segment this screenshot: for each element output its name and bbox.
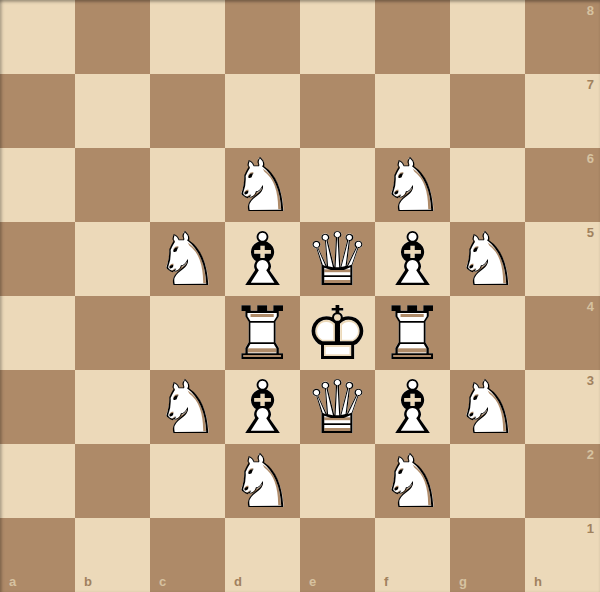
square-f5[interactable]: ♝♗ bbox=[375, 222, 450, 296]
square-e3[interactable]: ♛♕ bbox=[300, 370, 375, 444]
square-h5[interactable]: 5 bbox=[525, 222, 600, 296]
white-knight[interactable]: ♞♘ bbox=[150, 222, 225, 296]
white-knight-fill-glyph: ♞ bbox=[450, 222, 525, 296]
file-label-c: c bbox=[159, 575, 166, 588]
rank-label-6: 6 bbox=[587, 152, 594, 165]
white-knight[interactable]: ♞♘ bbox=[375, 148, 450, 222]
square-f4[interactable]: ♜♖ bbox=[375, 296, 450, 370]
white-knight-fill-glyph: ♞ bbox=[375, 444, 450, 518]
square-d2[interactable]: ♞♘ bbox=[225, 444, 300, 518]
square-e7[interactable] bbox=[300, 74, 375, 148]
file-label-d: d bbox=[234, 575, 242, 588]
white-bishop[interactable]: ♝♗ bbox=[225, 370, 300, 444]
white-rook-outline-glyph: ♖ bbox=[375, 296, 450, 370]
square-a8[interactable] bbox=[0, 0, 75, 74]
square-e6[interactable] bbox=[300, 148, 375, 222]
white-bishop-outline-glyph: ♗ bbox=[225, 370, 300, 444]
square-e4[interactable]: ♚♔ bbox=[300, 296, 375, 370]
white-knight[interactable]: ♞♘ bbox=[450, 370, 525, 444]
white-bishop-outline-glyph: ♗ bbox=[375, 222, 450, 296]
square-f6[interactable]: ♞♘ bbox=[375, 148, 450, 222]
square-a1[interactable]: a bbox=[0, 518, 75, 592]
white-knight-outline-glyph: ♘ bbox=[150, 222, 225, 296]
square-a4[interactable] bbox=[0, 296, 75, 370]
square-a5[interactable] bbox=[0, 222, 75, 296]
square-b7[interactable] bbox=[75, 74, 150, 148]
white-knight-outline-glyph: ♘ bbox=[450, 222, 525, 296]
white-knight-outline-glyph: ♘ bbox=[225, 148, 300, 222]
white-king-outline-glyph: ♔ bbox=[300, 296, 375, 370]
white-knight[interactable]: ♞♘ bbox=[225, 444, 300, 518]
square-e5[interactable]: ♛♕ bbox=[300, 222, 375, 296]
square-d1[interactable]: d bbox=[225, 518, 300, 592]
square-h7[interactable]: 7 bbox=[525, 74, 600, 148]
white-rook-fill-glyph: ♜ bbox=[225, 296, 300, 370]
square-h2[interactable]: 2 bbox=[525, 444, 600, 518]
square-e8[interactable] bbox=[300, 0, 375, 74]
square-g2[interactable] bbox=[450, 444, 525, 518]
white-knight-fill-glyph: ♞ bbox=[225, 148, 300, 222]
square-d4[interactable]: ♜♖ bbox=[225, 296, 300, 370]
square-b2[interactable] bbox=[75, 444, 150, 518]
square-h3[interactable]: 3 bbox=[525, 370, 600, 444]
square-f7[interactable] bbox=[375, 74, 450, 148]
white-rook[interactable]: ♜♖ bbox=[225, 296, 300, 370]
white-queen-outline-glyph: ♕ bbox=[300, 222, 375, 296]
white-queen-fill-glyph: ♛ bbox=[300, 370, 375, 444]
square-d6[interactable]: ♞♘ bbox=[225, 148, 300, 222]
square-c1[interactable]: c bbox=[150, 518, 225, 592]
square-a7[interactable] bbox=[0, 74, 75, 148]
rank-label-8: 8 bbox=[587, 4, 594, 17]
white-king[interactable]: ♚♔ bbox=[300, 296, 375, 370]
square-a3[interactable] bbox=[0, 370, 75, 444]
square-b5[interactable] bbox=[75, 222, 150, 296]
square-g1[interactable]: g bbox=[450, 518, 525, 592]
file-label-b: b bbox=[84, 575, 92, 588]
white-knight-outline-glyph: ♘ bbox=[150, 370, 225, 444]
square-c5[interactable]: ♞♘ bbox=[150, 222, 225, 296]
rank-label-2: 2 bbox=[587, 448, 594, 461]
square-f1[interactable]: f bbox=[375, 518, 450, 592]
square-b1[interactable]: b bbox=[75, 518, 150, 592]
square-e2[interactable] bbox=[300, 444, 375, 518]
white-knight[interactable]: ♞♘ bbox=[225, 148, 300, 222]
white-knight[interactable]: ♞♘ bbox=[150, 370, 225, 444]
white-rook-fill-glyph: ♜ bbox=[375, 296, 450, 370]
white-bishop-outline-glyph: ♗ bbox=[375, 370, 450, 444]
white-knight-outline-glyph: ♘ bbox=[375, 444, 450, 518]
white-bishop-fill-glyph: ♝ bbox=[225, 222, 300, 296]
square-c6[interactable] bbox=[150, 148, 225, 222]
square-g4[interactable] bbox=[450, 296, 525, 370]
white-bishop-fill-glyph: ♝ bbox=[375, 370, 450, 444]
square-f2[interactable]: ♞♘ bbox=[375, 444, 450, 518]
white-knight[interactable]: ♞♘ bbox=[450, 222, 525, 296]
square-c8[interactable] bbox=[150, 0, 225, 74]
white-bishop[interactable]: ♝♗ bbox=[225, 222, 300, 296]
file-label-h: h bbox=[534, 575, 542, 588]
white-knight-fill-glyph: ♞ bbox=[150, 370, 225, 444]
white-bishop-outline-glyph: ♗ bbox=[225, 222, 300, 296]
square-a6[interactable] bbox=[0, 148, 75, 222]
white-queen[interactable]: ♛♕ bbox=[300, 222, 375, 296]
square-a2[interactable] bbox=[0, 444, 75, 518]
white-knight-fill-glyph: ♞ bbox=[450, 370, 525, 444]
board-grid: 87♞♘♞♘6♞♘♝♗♛♕♝♗♞♘5♜♖♚♔♜♖4♞♘♝♗♛♕♝♗♞♘3♞♘♞♘… bbox=[0, 0, 600, 592]
chess-board: 87♞♘♞♘6♞♘♝♗♛♕♝♗♞♘5♜♖♚♔♜♖4♞♘♝♗♛♕♝♗♞♘3♞♘♞♘… bbox=[0, 0, 600, 592]
white-knight-fill-glyph: ♞ bbox=[375, 148, 450, 222]
white-knight-outline-glyph: ♘ bbox=[375, 148, 450, 222]
square-c4[interactable] bbox=[150, 296, 225, 370]
square-c2[interactable] bbox=[150, 444, 225, 518]
file-label-a: a bbox=[9, 575, 16, 588]
square-b8[interactable] bbox=[75, 0, 150, 74]
square-c7[interactable] bbox=[150, 74, 225, 148]
square-g8[interactable] bbox=[450, 0, 525, 74]
white-knight[interactable]: ♞♘ bbox=[375, 444, 450, 518]
file-label-g: g bbox=[459, 575, 467, 588]
rank-label-7: 7 bbox=[587, 78, 594, 91]
white-queen-fill-glyph: ♛ bbox=[300, 222, 375, 296]
white-rook-outline-glyph: ♖ bbox=[225, 296, 300, 370]
square-g7[interactable] bbox=[450, 74, 525, 148]
white-bishop[interactable]: ♝♗ bbox=[375, 370, 450, 444]
square-d8[interactable] bbox=[225, 0, 300, 74]
white-bishop[interactable]: ♝♗ bbox=[375, 222, 450, 296]
square-e1[interactable]: e bbox=[300, 518, 375, 592]
square-c3[interactable]: ♞♘ bbox=[150, 370, 225, 444]
white-knight-outline-glyph: ♘ bbox=[450, 370, 525, 444]
square-f3[interactable]: ♝♗ bbox=[375, 370, 450, 444]
square-h8[interactable]: 8 bbox=[525, 0, 600, 74]
white-bishop-fill-glyph: ♝ bbox=[375, 222, 450, 296]
square-d3[interactable]: ♝♗ bbox=[225, 370, 300, 444]
square-b3[interactable] bbox=[75, 370, 150, 444]
square-d7[interactable] bbox=[225, 74, 300, 148]
square-g3[interactable]: ♞♘ bbox=[450, 370, 525, 444]
white-queen[interactable]: ♛♕ bbox=[300, 370, 375, 444]
square-f8[interactable] bbox=[375, 0, 450, 74]
square-d5[interactable]: ♝♗ bbox=[225, 222, 300, 296]
file-label-e: e bbox=[309, 575, 316, 588]
rank-label-3: 3 bbox=[587, 374, 594, 387]
white-bishop-fill-glyph: ♝ bbox=[225, 370, 300, 444]
square-h1[interactable]: 1h bbox=[525, 518, 600, 592]
square-h6[interactable]: 6 bbox=[525, 148, 600, 222]
white-king-fill-glyph: ♚ bbox=[300, 296, 375, 370]
white-knight-fill-glyph: ♞ bbox=[150, 222, 225, 296]
square-g6[interactable] bbox=[450, 148, 525, 222]
rank-label-4: 4 bbox=[587, 300, 594, 313]
square-g5[interactable]: ♞♘ bbox=[450, 222, 525, 296]
white-rook[interactable]: ♜♖ bbox=[375, 296, 450, 370]
rank-label-1: 1 bbox=[587, 522, 594, 535]
rank-label-5: 5 bbox=[587, 226, 594, 239]
white-knight-fill-glyph: ♞ bbox=[225, 444, 300, 518]
white-knight-outline-glyph: ♘ bbox=[225, 444, 300, 518]
square-b4[interactable] bbox=[75, 296, 150, 370]
square-h4[interactable]: 4 bbox=[525, 296, 600, 370]
file-label-f: f bbox=[384, 575, 388, 588]
white-queen-outline-glyph: ♕ bbox=[300, 370, 375, 444]
square-b6[interactable] bbox=[75, 148, 150, 222]
